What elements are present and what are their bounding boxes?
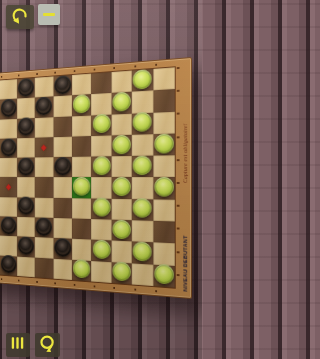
menu-button[interactable] (6, 333, 30, 357)
dark-piece[interactable] (36, 217, 52, 236)
minus-icon (43, 13, 55, 16)
square-r10c6[interactable] (72, 260, 91, 282)
minimize-button[interactable] (38, 4, 60, 25)
square-r9c7[interactable] (91, 240, 111, 262)
square-r2c3[interactable] (17, 98, 35, 119)
yellow-piece[interactable] (133, 112, 152, 132)
square-r4c2[interactable] (0, 138, 17, 158)
square-r10c9[interactable] (132, 263, 153, 286)
square-r7c3[interactable] (17, 197, 35, 217)
dark-piece[interactable] (54, 75, 71, 94)
square-r3c2[interactable] (0, 118, 17, 138)
yellow-piece[interactable] (133, 241, 152, 261)
square-r3c10[interactable] (153, 111, 175, 134)
yellow-piece[interactable] (112, 219, 130, 239)
yellow-piece[interactable] (112, 134, 130, 153)
square-r8c5[interactable] (53, 218, 72, 239)
square-r7c2[interactable] (0, 197, 17, 217)
yellow-piece[interactable] (154, 133, 174, 153)
square-r7c7[interactable] (91, 198, 111, 219)
yellow-piece[interactable] (133, 199, 152, 219)
square-r10c10[interactable] (153, 264, 175, 287)
square-r3c9[interactable] (132, 112, 153, 134)
dark-piece[interactable] (1, 255, 17, 274)
square-r3c7[interactable] (91, 114, 111, 136)
square-r1c6[interactable] (72, 74, 91, 96)
square-r5c7[interactable] (91, 156, 111, 177)
square-r1c3[interactable] (17, 78, 35, 99)
square-r9c4[interactable] (35, 237, 53, 258)
square-r5c6[interactable] (72, 157, 91, 178)
square-r9c2[interactable] (0, 236, 17, 256)
square-r8c10[interactable] (153, 221, 175, 244)
square-r3c5[interactable] (53, 116, 72, 137)
square-r9c3[interactable] (17, 237, 35, 258)
square-r3c4[interactable] (35, 117, 53, 138)
square-r7c9[interactable] (132, 199, 153, 221)
square-r6c7[interactable] (91, 178, 111, 199)
square-r2c6[interactable] (72, 94, 91, 116)
square-r3c8[interactable] (111, 113, 132, 135)
square-r5c3[interactable] (17, 158, 35, 178)
square-r2c2[interactable] (0, 99, 17, 119)
dark-piece[interactable] (1, 138, 17, 156)
yellow-piece[interactable] (154, 264, 174, 285)
square-r7c8[interactable] (111, 199, 132, 221)
square-r6c2[interactable] (0, 178, 17, 198)
square-r1c8[interactable] (111, 71, 132, 94)
square-r1c9[interactable] (132, 69, 153, 92)
square-r4c8[interactable] (111, 135, 132, 157)
dark-piece[interactable] (18, 78, 34, 97)
capture-landing-marker (6, 184, 11, 190)
square-r8c3[interactable] (17, 217, 35, 237)
square-r1c4[interactable] (35, 76, 53, 97)
square-r4c4[interactable] (35, 137, 53, 158)
yellow-piece[interactable] (73, 94, 90, 113)
square-r4c10[interactable] (153, 133, 175, 155)
square-r6c9[interactable] (132, 177, 153, 199)
square-r2c9[interactable] (132, 91, 153, 114)
capture-landing-marker (41, 144, 47, 150)
square-r10c2[interactable] (0, 255, 17, 276)
yellow-piece[interactable] (112, 92, 130, 112)
menu-bars-icon (8, 333, 28, 357)
square-r9c9[interactable] (132, 242, 153, 265)
square-r1c5[interactable] (53, 75, 72, 97)
board-grid (0, 66, 176, 289)
frame-text-capture-mandatory: Capture est obligatoire! (182, 68, 188, 183)
undo-button[interactable] (6, 5, 34, 29)
square-r5c9[interactable] (132, 156, 153, 178)
yellow-piece[interactable] (92, 114, 110, 133)
square-r10c7[interactable] (91, 261, 111, 283)
board-frame-right: Capture est obligatoire! NIVEAU DEBUTANT (176, 58, 191, 298)
dark-piece[interactable] (54, 238, 71, 257)
square-r1c2[interactable] (0, 79, 17, 100)
square-r8c8[interactable] (111, 220, 132, 242)
square-r7c10[interactable] (153, 199, 175, 221)
square-r2c7[interactable] (91, 93, 111, 115)
square-r10c4[interactable] (35, 257, 53, 278)
square-r6c8[interactable] (111, 178, 132, 199)
yellow-piece[interactable] (154, 177, 174, 197)
yellow-piece[interactable] (112, 262, 130, 282)
square-r3c3[interactable] (17, 118, 35, 138)
yellow-piece[interactable] (73, 177, 90, 196)
square-r2c8[interactable] (111, 92, 132, 114)
square-r8c7[interactable] (91, 219, 111, 241)
yellow-piece[interactable] (73, 259, 90, 279)
square-r5c4[interactable] (35, 157, 53, 177)
square-r7c5[interactable] (53, 198, 72, 219)
square-r4c9[interactable] (132, 134, 153, 156)
frame-text-level-beginner: NIVEAU DEBUTANT (182, 200, 188, 292)
square-r10c8[interactable] (111, 262, 132, 285)
yellow-piece[interactable] (92, 198, 110, 217)
dark-piece[interactable] (54, 157, 71, 175)
square-r7c4[interactable] (35, 198, 53, 218)
yellow-piece[interactable] (112, 177, 130, 196)
undo-icon (9, 4, 31, 30)
square-r1c7[interactable] (91, 72, 111, 94)
dark-piece[interactable] (18, 157, 34, 175)
dark-piece[interactable] (18, 236, 34, 255)
square-r2c5[interactable] (53, 96, 72, 117)
dark-piece[interactable] (18, 197, 34, 215)
square-r8c2[interactable] (0, 216, 17, 236)
square-r5c10[interactable] (153, 155, 175, 177)
square-r4c3[interactable] (17, 138, 35, 158)
square-r6c3[interactable] (17, 178, 35, 198)
square-r4c6[interactable] (72, 136, 91, 157)
dark-piece[interactable] (36, 96, 52, 115)
dark-piece[interactable] (1, 216, 17, 234)
square-r5c2[interactable] (0, 158, 17, 178)
square-r8c9[interactable] (132, 220, 153, 242)
square-r5c8[interactable] (111, 156, 132, 177)
yellow-piece[interactable] (133, 69, 152, 90)
square-r2c10[interactable] (153, 89, 175, 112)
square-r1c10[interactable] (153, 67, 175, 90)
square-r7c6[interactable] (72, 198, 91, 219)
square-r2c4[interactable] (35, 97, 53, 118)
square-r8c4[interactable] (35, 217, 53, 238)
square-r10c5[interactable] (53, 258, 72, 280)
square-r10c3[interactable] (17, 256, 35, 277)
checkers-board: Capture est obligatoire! NIVEAU DEBUTANT (0, 57, 192, 299)
yellow-piece[interactable] (92, 156, 110, 175)
square-r6c5[interactable] (53, 178, 72, 199)
square-r4c7[interactable] (91, 135, 111, 156)
yellow-piece[interactable] (133, 155, 152, 175)
square-r5c5[interactable] (53, 157, 72, 178)
restart-rotate-icon (37, 333, 58, 358)
square-r9c10[interactable] (153, 243, 175, 266)
square-r9c6[interactable] (72, 239, 91, 261)
dark-piece[interactable] (18, 117, 34, 135)
dark-piece[interactable] (1, 99, 17, 117)
square-r4c5[interactable] (53, 137, 72, 158)
square-r6c10[interactable] (153, 177, 175, 199)
square-r9c5[interactable] (53, 238, 72, 259)
square-r8c6[interactable] (72, 219, 91, 240)
square-r6c6[interactable] (72, 178, 91, 199)
yellow-piece[interactable] (92, 240, 110, 260)
square-r6c4[interactable] (35, 178, 53, 198)
square-r9c8[interactable] (111, 241, 132, 263)
square-r3c6[interactable] (72, 115, 91, 136)
restart-button[interactable] (35, 333, 60, 357)
